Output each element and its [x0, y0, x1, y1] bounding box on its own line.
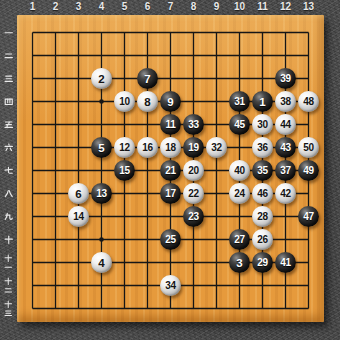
point-12-1[interactable] [274, 21, 297, 44]
point-6-4[interactable]: 8 [136, 90, 159, 113]
intersections: 2739108931138481133453044512161819323643… [21, 21, 320, 320]
point-10-8[interactable]: 24 [228, 182, 251, 205]
point-5-10[interactable] [113, 228, 136, 251]
stone-black-37: 37 [275, 160, 297, 182]
point-6-11[interactable] [136, 251, 159, 274]
move-number: 2 [98, 73, 104, 85]
point-5-2[interactable] [113, 44, 136, 67]
stone-black-39: 39 [275, 68, 297, 90]
point-5-11[interactable] [113, 251, 136, 274]
point-1-12[interactable] [21, 274, 44, 297]
point-5-12[interactable] [113, 274, 136, 297]
stone-white-2: 2 [91, 68, 113, 90]
point-4-11[interactable]: 4 [90, 251, 113, 274]
point-4-2[interactable] [90, 44, 113, 67]
point-12-6[interactable]: 43 [274, 136, 297, 159]
point-3-11[interactable] [67, 251, 90, 274]
stone-black-17: 17 [160, 183, 182, 205]
point-6-5[interactable] [136, 113, 159, 136]
point-8-9[interactable]: 23 [182, 205, 205, 228]
point-11-6[interactable]: 36 [251, 136, 274, 159]
point-3-9[interactable]: 14 [67, 205, 90, 228]
point-3-8[interactable]: 6 [67, 182, 90, 205]
point-8-3[interactable] [182, 67, 205, 90]
point-1-8[interactable] [21, 182, 44, 205]
point-7-13[interactable] [159, 297, 182, 320]
point-7-2[interactable] [159, 44, 182, 67]
move-number: 40 [234, 165, 245, 176]
point-11-3[interactable] [251, 67, 274, 90]
point-3-1[interactable] [67, 21, 90, 44]
point-13-8[interactable] [297, 182, 320, 205]
point-5-5[interactable] [113, 113, 136, 136]
point-10-6[interactable] [228, 136, 251, 159]
point-2-13[interactable] [44, 297, 67, 320]
point-10-4[interactable]: 31 [228, 90, 251, 113]
move-number: 33 [188, 119, 199, 130]
stone-black-15: 15 [114, 160, 136, 182]
move-number: 34 [165, 280, 176, 291]
move-number: 26 [257, 234, 268, 245]
point-4-6[interactable]: 5 [90, 136, 113, 159]
point-7-12[interactable]: 34 [159, 274, 182, 297]
point-9-6[interactable]: 32 [205, 136, 228, 159]
stone-black-3: 3 [229, 252, 251, 274]
move-number: 25 [165, 234, 176, 245]
row-label-1 [1, 28, 16, 38]
point-1-4[interactable] [21, 90, 44, 113]
point-12-13[interactable] [274, 297, 297, 320]
stone-white-6: 6 [68, 183, 90, 205]
point-7-5[interactable]: 11 [159, 113, 182, 136]
point-11-5[interactable]: 30 [251, 113, 274, 136]
point-3-3[interactable] [67, 67, 90, 90]
point-6-3[interactable]: 7 [136, 67, 159, 90]
point-11-13[interactable] [251, 297, 274, 320]
move-number: 43 [280, 142, 291, 153]
move-number: 1 [259, 96, 265, 108]
stone-white-24: 24 [229, 183, 251, 205]
stone-black-19: 19 [183, 137, 205, 159]
point-1-2[interactable] [21, 44, 44, 67]
stone-white-26: 26 [252, 229, 274, 251]
point-5-6[interactable]: 12 [113, 136, 136, 159]
point-8-8[interactable]: 22 [182, 182, 205, 205]
point-4-13[interactable] [90, 297, 113, 320]
point-6-9[interactable] [136, 205, 159, 228]
point-8-1[interactable] [182, 21, 205, 44]
point-13-10[interactable] [297, 228, 320, 251]
point-10-3[interactable] [228, 67, 251, 90]
point-11-12[interactable] [251, 274, 274, 297]
move-number: 35 [257, 165, 268, 176]
stone-black-27: 27 [229, 229, 251, 251]
stone-white-20: 20 [183, 160, 205, 182]
point-11-1[interactable] [251, 21, 274, 44]
point-13-7[interactable]: 49 [297, 159, 320, 182]
point-2-9[interactable] [44, 205, 67, 228]
stone-white-30: 30 [252, 114, 274, 136]
column-label-10: 10 [231, 1, 249, 13]
point-7-3[interactable] [159, 67, 182, 90]
stone-white-32: 32 [206, 137, 228, 159]
point-9-2[interactable] [205, 44, 228, 67]
point-3-13[interactable] [67, 297, 90, 320]
point-2-10[interactable] [44, 228, 67, 251]
point-7-1[interactable] [159, 21, 182, 44]
stone-black-45: 45 [229, 114, 251, 136]
point-13-6[interactable]: 50 [297, 136, 320, 159]
row-label-12 [1, 277, 16, 294]
point-1-10[interactable] [21, 228, 44, 251]
point-13-13[interactable] [297, 297, 320, 320]
column-label-7: 7 [162, 1, 180, 13]
row-label-8 [1, 189, 16, 199]
point-12-9[interactable] [274, 205, 297, 228]
stone-white-14: 14 [68, 206, 90, 228]
move-number: 46 [257, 188, 268, 199]
point-6-2[interactable] [136, 44, 159, 67]
point-7-8[interactable]: 17 [159, 182, 182, 205]
column-label-9: 9 [208, 1, 226, 13]
column-label-11: 11 [254, 1, 272, 13]
point-3-4[interactable] [67, 90, 90, 113]
point-13-12[interactable] [297, 274, 320, 297]
point-1-3[interactable] [21, 67, 44, 90]
point-2-6[interactable] [44, 136, 67, 159]
point-1-1[interactable] [21, 21, 44, 44]
point-2-3[interactable] [44, 67, 67, 90]
point-6-8[interactable] [136, 182, 159, 205]
stone-white-40: 40 [229, 160, 251, 182]
point-13-4[interactable]: 48 [297, 90, 320, 113]
column-label-13: 13 [300, 1, 318, 13]
row-label-7 [1, 166, 16, 176]
stone-white-50: 50 [298, 137, 320, 159]
row-label-2 [1, 51, 16, 61]
point-1-6[interactable] [21, 136, 44, 159]
point-9-11[interactable] [205, 251, 228, 274]
point-2-5[interactable] [44, 113, 67, 136]
stone-black-43: 43 [275, 137, 297, 159]
row-label-13 [1, 300, 16, 317]
point-5-8[interactable] [113, 182, 136, 205]
row-label-6 [1, 143, 16, 153]
go-diagram: 12345678910111213 2739108931138481133453… [0, 0, 340, 340]
point-1-9[interactable] [21, 205, 44, 228]
move-number: 3 [236, 257, 242, 269]
point-10-9[interactable] [228, 205, 251, 228]
column-label-1: 1 [24, 1, 42, 13]
move-number: 21 [165, 165, 176, 176]
move-number: 10 [119, 96, 130, 107]
point-3-7[interactable] [67, 159, 90, 182]
point-1-11[interactable] [21, 251, 44, 274]
point-9-3[interactable] [205, 67, 228, 90]
stone-white-44: 44 [275, 114, 297, 136]
point-10-1[interactable] [228, 21, 251, 44]
stone-white-18: 18 [160, 137, 182, 159]
point-7-4[interactable]: 9 [159, 90, 182, 113]
point-4-12[interactable] [90, 274, 113, 297]
move-number: 29 [257, 257, 268, 268]
point-4-10[interactable] [90, 228, 113, 251]
point-9-13[interactable] [205, 297, 228, 320]
stone-black-49: 49 [298, 160, 320, 182]
point-4-3[interactable]: 2 [90, 67, 113, 90]
stone-white-34: 34 [160, 275, 182, 297]
point-12-8[interactable]: 42 [274, 182, 297, 205]
move-number: 14 [73, 211, 84, 222]
point-2-8[interactable] [44, 182, 67, 205]
move-number: 8 [144, 96, 150, 108]
point-9-7[interactable] [205, 159, 228, 182]
move-number: 11 [166, 119, 176, 130]
column-label-6: 6 [139, 1, 157, 13]
column-label-8: 8 [185, 1, 203, 13]
point-12-5[interactable]: 44 [274, 113, 297, 136]
point-10-10[interactable]: 27 [228, 228, 251, 251]
column-label-12: 12 [277, 1, 295, 13]
point-4-5[interactable] [90, 113, 113, 136]
goban[interactable]: 2739108931138481133453044512161819323643… [17, 15, 324, 322]
stone-black-47: 47 [298, 206, 320, 228]
row-label-11 [1, 254, 16, 271]
point-8-4[interactable] [182, 90, 205, 113]
move-number: 6 [75, 188, 81, 200]
point-8-10[interactable] [182, 228, 205, 251]
stone-white-10: 10 [114, 91, 136, 113]
stone-black-29: 29 [252, 252, 274, 274]
point-2-7[interactable] [44, 159, 67, 182]
stone-black-11: 11 [160, 114, 182, 136]
point-2-4[interactable] [44, 90, 67, 113]
point-13-9[interactable]: 47 [297, 205, 320, 228]
point-7-6[interactable]: 18 [159, 136, 182, 159]
point-6-13[interactable] [136, 297, 159, 320]
point-11-9[interactable]: 28 [251, 205, 274, 228]
point-12-2[interactable] [274, 44, 297, 67]
stone-black-13: 13 [91, 183, 113, 205]
point-11-11[interactable]: 29 [251, 251, 274, 274]
point-10-12[interactable] [228, 274, 251, 297]
move-number: 49 [303, 165, 314, 176]
move-number: 47 [303, 211, 314, 222]
point-4-1[interactable] [90, 21, 113, 44]
move-number: 9 [167, 96, 173, 108]
point-8-6[interactable]: 19 [182, 136, 205, 159]
point-10-7[interactable]: 40 [228, 159, 251, 182]
point-1-5[interactable] [21, 113, 44, 136]
point-12-11[interactable]: 41 [274, 251, 297, 274]
move-number: 37 [280, 165, 291, 176]
point-6-12[interactable] [136, 274, 159, 297]
move-number: 15 [119, 165, 130, 176]
point-2-12[interactable] [44, 274, 67, 297]
point-8-11[interactable] [182, 251, 205, 274]
stone-white-28: 28 [252, 206, 274, 228]
stone-black-9: 9 [160, 91, 182, 113]
point-3-2[interactable] [67, 44, 90, 67]
point-3-6[interactable] [67, 136, 90, 159]
point-4-7[interactable] [90, 159, 113, 182]
point-11-7[interactable]: 35 [251, 159, 274, 182]
point-12-10[interactable] [274, 228, 297, 251]
move-number: 22 [188, 188, 199, 199]
move-number: 20 [188, 165, 199, 176]
point-9-12[interactable] [205, 274, 228, 297]
move-number: 30 [257, 119, 268, 130]
move-number: 41 [280, 257, 291, 268]
move-number: 18 [165, 142, 176, 153]
move-number: 19 [188, 142, 199, 153]
point-11-8[interactable]: 46 [251, 182, 274, 205]
point-5-13[interactable] [113, 297, 136, 320]
stone-black-7: 7 [137, 68, 159, 90]
point-13-3[interactable] [297, 67, 320, 90]
point-7-10[interactable]: 25 [159, 228, 182, 251]
point-9-9[interactable] [205, 205, 228, 228]
point-13-11[interactable] [297, 251, 320, 274]
row-label-10 [1, 235, 16, 245]
move-number: 50 [303, 142, 314, 153]
point-7-7[interactable]: 21 [159, 159, 182, 182]
move-number: 31 [234, 96, 245, 107]
point-6-7[interactable] [136, 159, 159, 182]
stone-white-36: 36 [252, 137, 274, 159]
move-number: 24 [234, 188, 245, 199]
point-9-4[interactable] [205, 90, 228, 113]
point-12-7[interactable]: 37 [274, 159, 297, 182]
point-11-2[interactable] [251, 44, 274, 67]
stone-black-35: 35 [252, 160, 274, 182]
column-label-4: 4 [93, 1, 111, 13]
stone-white-22: 22 [183, 183, 205, 205]
point-6-10[interactable] [136, 228, 159, 251]
point-12-4[interactable]: 38 [274, 90, 297, 113]
point-7-9[interactable] [159, 205, 182, 228]
point-3-5[interactable] [67, 113, 90, 136]
move-number: 5 [98, 142, 104, 154]
point-13-2[interactable] [297, 44, 320, 67]
point-11-4[interactable]: 1 [251, 90, 274, 113]
move-number: 7 [144, 73, 150, 85]
point-8-5[interactable]: 33 [182, 113, 205, 136]
row-label-3 [1, 74, 16, 84]
point-2-2[interactable] [44, 44, 67, 67]
point-9-5[interactable] [205, 113, 228, 136]
point-10-13[interactable] [228, 297, 251, 320]
stone-white-48: 48 [298, 91, 320, 113]
move-number: 4 [98, 257, 104, 269]
column-label-3: 3 [70, 1, 88, 13]
column-label-5: 5 [116, 1, 134, 13]
stone-white-42: 42 [275, 183, 297, 205]
point-11-10[interactable]: 26 [251, 228, 274, 251]
move-number: 13 [96, 188, 107, 199]
stone-black-31: 31 [229, 91, 251, 113]
move-number: 32 [211, 142, 222, 153]
stone-white-12: 12 [114, 137, 136, 159]
stone-black-25: 25 [160, 229, 182, 251]
move-number: 42 [280, 188, 291, 199]
move-number: 48 [303, 96, 314, 107]
point-8-2[interactable] [182, 44, 205, 67]
stone-white-38: 38 [275, 91, 297, 113]
point-4-4[interactable] [90, 90, 113, 113]
column-label-2: 2 [47, 1, 65, 13]
move-number: 12 [119, 142, 130, 153]
stone-black-23: 23 [183, 206, 205, 228]
row-label-4 [1, 97, 16, 107]
stone-black-5: 5 [91, 137, 113, 159]
move-number: 44 [280, 119, 291, 130]
point-2-1[interactable] [44, 21, 67, 44]
point-2-11[interactable] [44, 251, 67, 274]
point-10-11[interactable]: 3 [228, 251, 251, 274]
move-number: 39 [280, 73, 291, 84]
move-number: 23 [188, 211, 199, 222]
move-number: 28 [257, 211, 268, 222]
point-12-12[interactable] [274, 274, 297, 297]
point-4-9[interactable] [90, 205, 113, 228]
stone-black-1: 1 [252, 91, 274, 113]
point-9-10[interactable] [205, 228, 228, 251]
point-8-13[interactable] [182, 297, 205, 320]
move-number: 38 [280, 96, 291, 107]
point-6-6[interactable]: 16 [136, 136, 159, 159]
point-13-1[interactable] [297, 21, 320, 44]
stone-white-4: 4 [91, 252, 113, 274]
point-5-3[interactable] [113, 67, 136, 90]
point-3-10[interactable] [67, 228, 90, 251]
point-1-13[interactable] [21, 297, 44, 320]
point-5-9[interactable] [113, 205, 136, 228]
point-4-8[interactable]: 13 [90, 182, 113, 205]
point-13-5[interactable] [297, 113, 320, 136]
stone-white-46: 46 [252, 183, 274, 205]
move-number: 27 [234, 234, 245, 245]
point-10-5[interactable]: 45 [228, 113, 251, 136]
stone-white-8: 8 [137, 91, 159, 113]
point-5-7[interactable]: 15 [113, 159, 136, 182]
point-8-7[interactable]: 20 [182, 159, 205, 182]
row-label-5 [1, 120, 16, 130]
point-5-4[interactable]: 10 [113, 90, 136, 113]
move-number: 36 [257, 142, 268, 153]
stone-black-33: 33 [183, 114, 205, 136]
stone-white-16: 16 [137, 137, 159, 159]
point-5-1[interactable] [113, 21, 136, 44]
move-number: 16 [142, 142, 153, 153]
move-number: 17 [165, 188, 176, 199]
point-9-8[interactable] [205, 182, 228, 205]
point-1-7[interactable] [21, 159, 44, 182]
row-label-9 [1, 212, 16, 222]
point-3-12[interactable] [67, 274, 90, 297]
stone-black-21: 21 [160, 160, 182, 182]
move-number: 45 [234, 119, 245, 130]
point-12-3[interactable]: 39 [274, 67, 297, 90]
point-9-1[interactable] [205, 21, 228, 44]
point-7-11[interactable] [159, 251, 182, 274]
point-6-1[interactable] [136, 21, 159, 44]
point-10-2[interactable] [228, 44, 251, 67]
point-8-12[interactable] [182, 274, 205, 297]
stone-black-41: 41 [275, 252, 297, 274]
